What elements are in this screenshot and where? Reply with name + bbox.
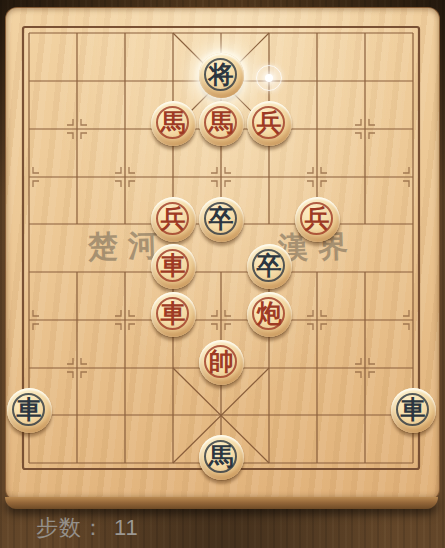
move-indicator-sparkle[interactable] bbox=[245, 57, 293, 105]
piece-red-horse-2[interactable]: 馬 bbox=[197, 105, 245, 153]
piece-red-chariot-1[interactable]: 車 bbox=[149, 248, 197, 296]
step-label: 步数： bbox=[36, 515, 105, 540]
game-screen: 楚河 漢界 将馬馬兵兵卒兵車卒車炮帥車車馬 步数：11 bbox=[0, 0, 445, 548]
piece-glyph: 将 bbox=[209, 62, 234, 87]
step-value: 11 bbox=[114, 515, 139, 540]
piece-glyph: 炮 bbox=[257, 301, 282, 326]
piece-glyph: 卒 bbox=[257, 253, 282, 278]
piece-glyph: 馬 bbox=[161, 110, 186, 135]
sparkle-core bbox=[265, 74, 273, 82]
piece-red-cannon[interactable]: 炮 bbox=[245, 296, 293, 344]
piece-black-chariot-1[interactable]: 車 bbox=[5, 391, 53, 439]
piece-black-chariot-2[interactable]: 車 bbox=[389, 391, 437, 439]
piece-glyph: 車 bbox=[17, 397, 42, 422]
piece-black-pawn-1[interactable]: 卒 bbox=[197, 200, 245, 248]
piece-red-pawn-1[interactable]: 兵 bbox=[245, 105, 293, 153]
piece-glyph: 兵 bbox=[257, 110, 282, 135]
piece-glyph: 帥 bbox=[209, 349, 234, 374]
piece-black-general[interactable]: 将 bbox=[197, 57, 245, 105]
piece-red-pawn-2[interactable]: 兵 bbox=[149, 200, 197, 248]
piece-glyph: 馬 bbox=[209, 110, 234, 135]
piece-glyph: 卒 bbox=[209, 206, 234, 231]
piece-glyph: 車 bbox=[401, 397, 426, 422]
piece-glyph: 兵 bbox=[305, 206, 330, 231]
piece-red-chariot-2[interactable]: 車 bbox=[149, 296, 197, 344]
piece-red-general[interactable]: 帥 bbox=[197, 343, 245, 391]
piece-red-pawn-3[interactable]: 兵 bbox=[293, 200, 341, 248]
piece-black-pawn-2[interactable]: 卒 bbox=[245, 248, 293, 296]
piece-red-horse-1[interactable]: 馬 bbox=[149, 105, 197, 153]
piece-glyph: 車 bbox=[161, 253, 186, 278]
piece-glyph: 兵 bbox=[161, 206, 186, 231]
piece-black-horse[interactable]: 馬 bbox=[197, 439, 245, 487]
piece-glyph: 車 bbox=[161, 301, 186, 326]
step-counter: 步数：11 bbox=[36, 513, 139, 543]
piece-layer: 将馬馬兵兵卒兵車卒車炮帥車車馬 bbox=[5, 9, 437, 487]
piece-glyph: 馬 bbox=[209, 444, 234, 469]
board-front-edge bbox=[5, 497, 438, 509]
